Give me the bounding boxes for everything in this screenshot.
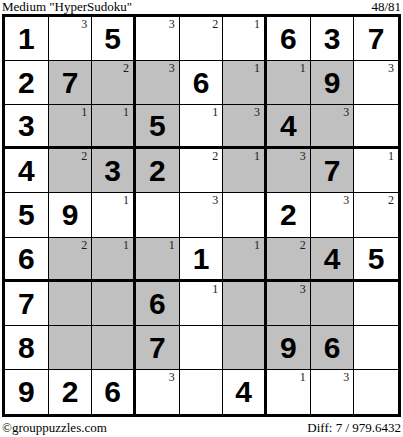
cell-r3c8[interactable]: 3 <box>311 105 355 149</box>
cell-r7c1[interactable]: 7 <box>5 282 49 326</box>
big-digit: 2 <box>267 193 310 236</box>
cell-r6c8[interactable]: 4 <box>311 238 355 282</box>
cell-r7c3[interactable] <box>92 282 136 326</box>
cell-r9c7[interactable]: 1 <box>267 370 311 414</box>
sudoku-board: 1353216372723611933115134342322137159132… <box>2 14 401 417</box>
pencil-mark: 2 <box>81 239 87 252</box>
cell-r1c1[interactable]: 1 <box>5 17 49 61</box>
big-digit: 1 <box>5 17 48 60</box>
pencil-mark: 1 <box>123 194 129 207</box>
cell-r2c1[interactable]: 2 <box>5 61 49 105</box>
cell-r5c3[interactable]: 1 <box>92 193 136 237</box>
cell-r3c7[interactable]: 4 <box>267 105 311 149</box>
cell-r6c1[interactable]: 6 <box>5 238 49 282</box>
cell-r6c7[interactable]: 2 <box>267 238 311 282</box>
cell-r7c6[interactable] <box>223 282 267 326</box>
cell-r7c5[interactable]: 1 <box>180 282 224 326</box>
big-digit: 5 <box>92 17 133 60</box>
big-digit: 3 <box>311 17 354 60</box>
big-digit: 3 <box>92 149 133 192</box>
cell-r2c9[interactable]: 3 <box>354 61 398 105</box>
pencil-mark: 1 <box>300 371 306 384</box>
cell-r3c2[interactable]: 1 <box>49 105 93 149</box>
pencil-mark: 3 <box>254 106 260 119</box>
big-digit: 4 <box>5 149 48 192</box>
cell-r3c9[interactable] <box>354 105 398 149</box>
header: Medium "HyperSudoku" 48/81 <box>2 0 401 14</box>
difficulty-text: Diff: 7 / 979.6432 <box>307 420 401 435</box>
big-digit: 7 <box>49 61 92 104</box>
big-digit: 4 <box>311 238 354 279</box>
big-digit: 9 <box>267 326 310 369</box>
pencil-mark: 3 <box>388 62 394 75</box>
pencil-mark: 1 <box>388 150 394 163</box>
big-digit: 5 <box>136 105 179 146</box>
pencil-mark: 3 <box>300 150 306 163</box>
cell-r3c6[interactable]: 3 <box>223 105 267 149</box>
cell-r2c5[interactable]: 6 <box>180 61 224 105</box>
big-digit: 7 <box>5 282 48 325</box>
big-digit: 6 <box>267 17 310 60</box>
cell-r9c8[interactable]: 3 <box>311 370 355 414</box>
cell-r5c7[interactable]: 2 <box>267 193 311 237</box>
cell-r6c9[interactable]: 5 <box>354 238 398 282</box>
cell-r1c7[interactable]: 6 <box>267 17 311 61</box>
cell-r4c1[interactable]: 4 <box>5 149 49 193</box>
cell-r6c4[interactable]: 1 <box>136 238 180 282</box>
cell-r8c4[interactable]: 7 <box>136 326 180 370</box>
pencil-mark: 2 <box>212 150 218 163</box>
pencil-mark: 2 <box>388 194 394 207</box>
pencil-mark: 1 <box>123 106 129 119</box>
big-digit: 8 <box>5 326 48 369</box>
pencil-mark: 3 <box>81 18 87 31</box>
cell-r9c6[interactable]: 4 <box>223 370 267 414</box>
cell-r1c2[interactable]: 3 <box>49 17 93 61</box>
cell-r8c7[interactable]: 9 <box>267 326 311 370</box>
cell-r9c4[interactable]: 3 <box>136 370 180 414</box>
cell-r4c8[interactable]: 7 <box>311 149 355 193</box>
cell-r7c7[interactable]: 3 <box>267 282 311 326</box>
cell-r2c4[interactable]: 3 <box>136 61 180 105</box>
cell-r6c2[interactable]: 2 <box>49 238 93 282</box>
cell-r6c3[interactable]: 1 <box>92 238 136 282</box>
cell-r8c6[interactable] <box>223 326 267 370</box>
pencil-mark: 1 <box>300 62 306 75</box>
big-digit: 7 <box>136 326 179 369</box>
big-digit: 9 <box>5 370 48 414</box>
big-digit: 9 <box>311 61 354 104</box>
big-digit: 5 <box>5 193 48 236</box>
big-digit: 6 <box>5 238 48 279</box>
cell-r5c1[interactable]: 5 <box>5 193 49 237</box>
cell-r2c7[interactable]: 1 <box>267 61 311 105</box>
cell-r1c4[interactable]: 3 <box>136 17 180 61</box>
cell-r2c2[interactable]: 7 <box>49 61 93 105</box>
cell-r3c1[interactable]: 3 <box>5 105 49 149</box>
cell-r9c9[interactable] <box>354 370 398 414</box>
big-digit: 7 <box>354 17 398 60</box>
cell-r8c9[interactable] <box>354 326 398 370</box>
big-digit: 3 <box>5 105 48 146</box>
cell-r1c6[interactable]: 1 <box>223 17 267 61</box>
pencil-mark: 1 <box>123 239 129 252</box>
cell-r3c3[interactable]: 1 <box>92 105 136 149</box>
big-digit: 4 <box>223 370 264 414</box>
pencil-mark: 3 <box>300 283 306 296</box>
cell-r8c3[interactable] <box>92 326 136 370</box>
pencil-mark: 3 <box>169 371 175 384</box>
cell-r9c2[interactable]: 2 <box>49 370 93 414</box>
cell-r8c8[interactable]: 6 <box>311 326 355 370</box>
pencil-mark: 1 <box>254 150 260 163</box>
cell-r4c3[interactable]: 3 <box>92 149 136 193</box>
cell-r9c1[interactable]: 9 <box>5 370 49 414</box>
pencil-mark: 1 <box>254 18 260 31</box>
cell-r4c6[interactable]: 1 <box>223 149 267 193</box>
big-digit: 2 <box>49 370 92 414</box>
cell-r1c5[interactable]: 2 <box>180 17 224 61</box>
cell-r7c4[interactable]: 6 <box>136 282 180 326</box>
pencil-mark: 1 <box>169 239 175 252</box>
cell-r9c5[interactable] <box>180 370 224 414</box>
cell-r5c5[interactable]: 3 <box>180 193 224 237</box>
pencil-mark: 3 <box>343 194 349 207</box>
cell-r5c9[interactable]: 2 <box>354 193 398 237</box>
pencil-mark: 3 <box>169 62 175 75</box>
cell-r5c6[interactable] <box>223 193 267 237</box>
pencil-mark: 3 <box>169 18 175 31</box>
cell-r5c2[interactable]: 9 <box>49 193 93 237</box>
cell-r1c3[interactable]: 5 <box>92 17 136 61</box>
cell-r4c2[interactable]: 2 <box>49 149 93 193</box>
big-digit: 9 <box>49 193 92 236</box>
big-digit: 6 <box>92 370 133 414</box>
cell-r7c8[interactable] <box>311 282 355 326</box>
big-digit: 6 <box>311 326 354 369</box>
pencil-mark: 3 <box>343 371 349 384</box>
pencil-mark: 1 <box>212 106 218 119</box>
pencil-mark: 2 <box>81 150 87 163</box>
footer: ©grouppuzzles.com Diff: 7 / 979.6432 <box>2 419 401 435</box>
pencil-mark: 1 <box>212 283 218 296</box>
cell-r8c5[interactable] <box>180 326 224 370</box>
puzzle-title: Medium "HyperSudoku" <box>2 0 132 14</box>
cell-r4c4[interactable]: 2 <box>136 149 180 193</box>
progress-counter: 48/81 <box>371 0 401 14</box>
pencil-mark: 1 <box>254 239 260 252</box>
big-digit: 2 <box>136 149 179 192</box>
cell-r1c9[interactable]: 7 <box>354 17 398 61</box>
big-digit: 1 <box>180 238 223 279</box>
cell-r8c1[interactable]: 8 <box>5 326 49 370</box>
pencil-mark: 1 <box>254 62 260 75</box>
cell-r3c4[interactable]: 5 <box>136 105 180 149</box>
cell-r4c5[interactable]: 2 <box>180 149 224 193</box>
cell-r3c5[interactable]: 1 <box>180 105 224 149</box>
cell-r8c2[interactable] <box>49 326 93 370</box>
big-digit: 6 <box>136 282 179 325</box>
pencil-mark: 2 <box>123 62 129 75</box>
pencil-mark: 2 <box>300 239 306 252</box>
big-digit: 4 <box>267 105 310 146</box>
cell-r6c5[interactable]: 1 <box>180 238 224 282</box>
copyright-text: ©grouppuzzles.com <box>2 420 107 435</box>
big-digit: 5 <box>354 238 398 279</box>
big-digit: 6 <box>180 61 223 104</box>
cell-r6c6[interactable]: 1 <box>223 238 267 282</box>
cell-r2c3[interactable]: 2 <box>92 61 136 105</box>
pencil-mark: 3 <box>212 194 218 207</box>
cell-r2c8[interactable]: 9 <box>311 61 355 105</box>
cell-r4c9[interactable]: 1 <box>354 149 398 193</box>
pencil-mark: 3 <box>343 106 349 119</box>
cell-r7c2[interactable] <box>49 282 93 326</box>
cell-r7c9[interactable] <box>354 282 398 326</box>
cell-r9c3[interactable]: 6 <box>92 370 136 414</box>
big-digit: 7 <box>311 149 354 192</box>
cell-r4c7[interactable]: 3 <box>267 149 311 193</box>
cell-r5c4[interactable] <box>136 193 180 237</box>
big-digit: 2 <box>5 61 48 104</box>
cell-r2c6[interactable]: 1 <box>223 61 267 105</box>
cell-r1c8[interactable]: 3 <box>311 17 355 61</box>
cell-r5c8[interactable]: 3 <box>311 193 355 237</box>
pencil-mark: 1 <box>81 106 87 119</box>
pencil-mark: 2 <box>212 18 218 31</box>
